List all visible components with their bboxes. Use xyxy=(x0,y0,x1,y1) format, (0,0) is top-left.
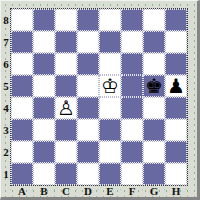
square-c5[interactable] xyxy=(55,75,77,97)
square-g5[interactable]: ♚ xyxy=(143,75,165,97)
square-d5[interactable] xyxy=(77,75,99,97)
square-d7[interactable] xyxy=(77,31,99,53)
piece-black-pawn-h5[interactable]: ♟ xyxy=(165,75,187,97)
rank-label-8: 8 xyxy=(1,9,11,31)
rank-label-4: 4 xyxy=(1,97,11,119)
rank-label-1: 1 xyxy=(1,163,11,185)
square-d3[interactable] xyxy=(77,119,99,141)
square-d2[interactable] xyxy=(77,141,99,163)
rank-label-3: 3 xyxy=(1,119,11,141)
square-a6[interactable] xyxy=(11,53,33,75)
piece-white-pawn-c4[interactable]: ♙ xyxy=(55,97,77,119)
square-g4[interactable] xyxy=(143,97,165,119)
square-g7[interactable] xyxy=(143,31,165,53)
square-e8[interactable] xyxy=(99,9,121,31)
square-h5[interactable]: ♟ xyxy=(165,75,187,97)
square-e7[interactable] xyxy=(99,31,121,53)
square-a3[interactable] xyxy=(11,119,33,141)
piece-black-king-g5[interactable]: ♚ xyxy=(143,75,165,97)
square-d8[interactable] xyxy=(77,9,99,31)
file-label-D: D xyxy=(77,185,99,198)
square-e1[interactable] xyxy=(99,163,121,185)
square-c7[interactable] xyxy=(55,31,77,53)
square-b5[interactable] xyxy=(33,75,55,97)
square-e4[interactable] xyxy=(99,97,121,119)
file-label-E: E xyxy=(99,185,121,198)
square-a5[interactable] xyxy=(11,75,33,97)
square-c2[interactable] xyxy=(55,141,77,163)
square-f3[interactable] xyxy=(121,119,143,141)
square-f4[interactable] xyxy=(121,97,143,119)
square-c6[interactable] xyxy=(55,53,77,75)
square-e2[interactable] xyxy=(99,141,121,163)
square-h2[interactable] xyxy=(165,141,187,163)
rank-label-5: 5 xyxy=(1,75,11,97)
piece-white-king-e5[interactable]: ♔ xyxy=(99,75,121,97)
board-frame: ♔♚♟♙ 87654321 ABCDEFGH xyxy=(0,0,200,200)
square-b8[interactable] xyxy=(33,9,55,31)
square-e3[interactable] xyxy=(99,119,121,141)
file-label-H: H xyxy=(165,185,187,198)
square-h1[interactable] xyxy=(165,163,187,185)
square-f6[interactable] xyxy=(121,53,143,75)
square-g8[interactable] xyxy=(143,9,165,31)
square-b6[interactable] xyxy=(33,53,55,75)
square-a4[interactable] xyxy=(11,97,33,119)
square-f8[interactable] xyxy=(121,9,143,31)
square-f1[interactable] xyxy=(121,163,143,185)
square-h8[interactable] xyxy=(165,9,187,31)
square-g2[interactable] xyxy=(143,141,165,163)
square-b4[interactable] xyxy=(33,97,55,119)
file-label-A: A xyxy=(11,185,33,198)
square-d4[interactable] xyxy=(77,97,99,119)
square-a8[interactable] xyxy=(11,9,33,31)
square-h4[interactable] xyxy=(165,97,187,119)
square-a7[interactable] xyxy=(11,31,33,53)
square-e6[interactable] xyxy=(99,53,121,75)
square-a1[interactable] xyxy=(11,163,33,185)
square-f7[interactable] xyxy=(121,31,143,53)
square-d6[interactable] xyxy=(77,53,99,75)
file-label-B: B xyxy=(33,185,55,198)
square-c3[interactable] xyxy=(55,119,77,141)
square-b2[interactable] xyxy=(33,141,55,163)
square-h3[interactable] xyxy=(165,119,187,141)
square-b1[interactable] xyxy=(33,163,55,185)
square-a2[interactable] xyxy=(11,141,33,163)
square-d1[interactable] xyxy=(77,163,99,185)
square-e5[interactable]: ♔ xyxy=(99,75,121,97)
square-c8[interactable] xyxy=(55,9,77,31)
rank-label-6: 6 xyxy=(1,53,11,75)
rank-label-7: 7 xyxy=(1,31,11,53)
square-g3[interactable] xyxy=(143,119,165,141)
square-f5[interactable] xyxy=(121,75,143,97)
square-g1[interactable] xyxy=(143,163,165,185)
file-label-G: G xyxy=(143,185,165,198)
square-f2[interactable] xyxy=(121,141,143,163)
square-c1[interactable] xyxy=(55,163,77,185)
square-b3[interactable] xyxy=(33,119,55,141)
square-h7[interactable] xyxy=(165,31,187,53)
square-c4[interactable]: ♙ xyxy=(55,97,77,119)
square-h6[interactable] xyxy=(165,53,187,75)
square-b7[interactable] xyxy=(33,31,55,53)
square-g6[interactable] xyxy=(143,53,165,75)
file-label-C: C xyxy=(55,185,77,198)
rank-label-2: 2 xyxy=(1,141,11,163)
file-label-F: F xyxy=(121,185,143,198)
chess-board: ♔♚♟♙ xyxy=(11,9,187,185)
